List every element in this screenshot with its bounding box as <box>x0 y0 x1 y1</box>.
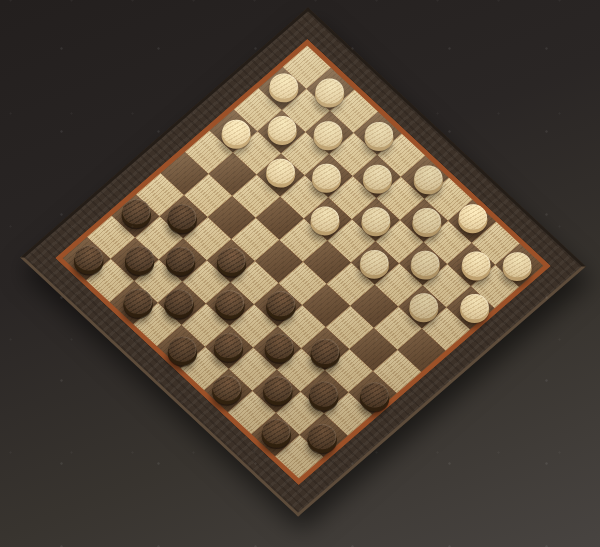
table-surface <box>0 0 600 547</box>
board-grid <box>63 46 544 479</box>
draughts-board <box>20 7 586 516</box>
board-perspective-wrapper <box>103 82 503 442</box>
board-trim-border <box>56 39 551 484</box>
board-frame <box>20 7 586 516</box>
